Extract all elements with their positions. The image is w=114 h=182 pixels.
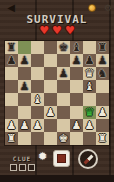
- piece-black-p-a7: ♟: [5, 54, 18, 67]
- chess-board: ♜♚♝♜♟♟♟♟♟♟♛♞♟♝♝♟♛♟♟♟♟♟♟♜♚♜: [5, 41, 109, 145]
- square-c3[interactable]: [31, 106, 44, 119]
- square-a6[interactable]: [5, 67, 18, 80]
- square-d7[interactable]: [44, 54, 57, 67]
- piece-white-p-c2: ♟: [31, 119, 44, 132]
- piece-white-r-h1: ♜: [96, 132, 109, 145]
- square-e5[interactable]: [57, 80, 70, 93]
- heart-icon: ♥: [65, 25, 75, 36]
- square-e8[interactable]: ♚: [57, 41, 70, 54]
- square-a2[interactable]: ♟: [5, 119, 18, 132]
- clue-slot: [10, 164, 17, 171]
- square-a5[interactable]: [5, 80, 18, 93]
- compass-button[interactable]: [78, 149, 98, 169]
- piece-black-k-e8: ♚: [57, 41, 70, 54]
- square-h1[interactable]: ♜: [96, 132, 109, 145]
- square-f7[interactable]: ♟: [70, 54, 83, 67]
- item-button[interactable]: [53, 150, 70, 167]
- clue-button[interactable]: CLUE: [9, 155, 35, 171]
- piece-black-r-h8: ♜: [96, 41, 109, 54]
- square-b4[interactable]: [18, 93, 31, 106]
- square-a4[interactable]: [5, 93, 18, 106]
- square-g7[interactable]: ♟: [83, 54, 96, 67]
- compass-needle-icon: [84, 155, 94, 165]
- square-b5[interactable]: ♟: [18, 80, 31, 93]
- square-h5[interactable]: [96, 80, 109, 93]
- square-h8[interactable]: ♜: [96, 41, 109, 54]
- piece-black-b-f8: ♝: [70, 41, 83, 54]
- gear-icon[interactable]: ⚙: [103, 3, 113, 13]
- piece-black-p-e6: ♟: [57, 67, 70, 80]
- square-f4[interactable]: [70, 93, 83, 106]
- piece-white-k-e1: ♚: [57, 132, 70, 145]
- square-h3[interactable]: ♟: [96, 106, 109, 119]
- coin-icon: [88, 4, 96, 12]
- piece-white-p-a2: ♟: [5, 119, 18, 132]
- square-g2[interactable]: ♟: [83, 119, 96, 132]
- square-c2[interactable]: ♟: [31, 119, 44, 132]
- square-g3[interactable]: ♛: [83, 106, 96, 119]
- square-e4[interactable]: [57, 93, 70, 106]
- square-d1[interactable]: [44, 132, 57, 145]
- square-a1[interactable]: ♜: [5, 132, 18, 145]
- piece-white-p-b2: ♟: [18, 119, 31, 132]
- square-d4[interactable]: [44, 93, 57, 106]
- back-arrow-icon: ◀: [7, 2, 15, 13]
- square-b1[interactable]: [18, 132, 31, 145]
- square-d5[interactable]: [44, 80, 57, 93]
- piece-white-p-d3: ♟: [44, 106, 57, 119]
- piece-white-p-h3: ♟: [96, 106, 109, 119]
- square-a3[interactable]: [5, 106, 18, 119]
- square-g8[interactable]: [83, 41, 96, 54]
- sparkle-icon: ✹: [36, 150, 49, 163]
- heart-icon: ♥: [52, 25, 62, 36]
- square-d8[interactable]: [44, 41, 57, 54]
- square-f2[interactable]: ♟: [70, 119, 83, 132]
- piece-black-p-g7: ♟: [83, 54, 96, 67]
- square-f5[interactable]: [70, 80, 83, 93]
- square-g1[interactable]: [83, 132, 96, 145]
- piece-black-p-h7: ♟: [96, 54, 109, 67]
- heart-icon: ♥: [39, 25, 49, 36]
- square-b8[interactable]: [18, 41, 31, 54]
- piece-white-p-f2: ♟: [70, 119, 83, 132]
- square-a7[interactable]: ♟: [5, 54, 18, 67]
- square-f1[interactable]: [70, 132, 83, 145]
- piece-black-p-b5: ♟: [18, 80, 31, 93]
- bottom-strip: [0, 175, 114, 182]
- square-d6[interactable]: [44, 67, 57, 80]
- lives-hearts: ♥♥♥: [0, 25, 114, 36]
- square-g4[interactable]: [83, 93, 96, 106]
- clue-slot: [19, 164, 26, 171]
- square-c4[interactable]: ♝: [31, 93, 44, 106]
- square-f8[interactable]: ♝: [70, 41, 83, 54]
- square-g6[interactable]: ♛: [83, 67, 96, 80]
- square-f6[interactable]: [70, 67, 83, 80]
- square-b7[interactable]: ♟: [18, 54, 31, 67]
- square-c6[interactable]: [31, 67, 44, 80]
- square-c8[interactable]: [31, 41, 44, 54]
- piece-black-q-g3: ♛: [83, 106, 96, 119]
- square-h4[interactable]: [96, 93, 109, 106]
- piece-white-p-g2: ♟: [83, 119, 96, 132]
- square-e1[interactable]: ♚: [57, 132, 70, 145]
- square-c1[interactable]: [31, 132, 44, 145]
- square-d3[interactable]: ♟: [44, 106, 57, 119]
- clue-slot: [28, 164, 35, 171]
- piece-black-p-f7: ♟: [70, 54, 83, 67]
- square-a8[interactable]: ♜: [5, 41, 18, 54]
- square-e7[interactable]: [57, 54, 70, 67]
- piece-white-b-g5: ♝: [83, 80, 96, 93]
- square-e2[interactable]: [57, 119, 70, 132]
- square-e6[interactable]: ♟: [57, 67, 70, 80]
- piece-black-r-a8: ♜: [5, 41, 18, 54]
- square-f3[interactable]: [70, 106, 83, 119]
- square-h7[interactable]: ♟: [96, 54, 109, 67]
- square-h6[interactable]: ♞: [96, 67, 109, 80]
- piece-black-n-h6: ♞: [96, 67, 109, 80]
- square-h2[interactable]: [96, 119, 109, 132]
- piece-white-b-c4: ♝: [31, 93, 44, 106]
- clue-slots: [9, 164, 35, 171]
- square-b3[interactable]: [18, 106, 31, 119]
- piece-white-q-g6: ♛: [83, 67, 96, 80]
- piece-black-p-b7: ♟: [18, 54, 31, 67]
- square-g5[interactable]: ♝: [83, 80, 96, 93]
- clue-label: CLUE: [9, 155, 35, 162]
- red-square-icon: [57, 154, 66, 163]
- square-b6[interactable]: [18, 67, 31, 80]
- square-c7[interactable]: [31, 54, 44, 67]
- square-b2[interactable]: ♟: [18, 119, 31, 132]
- piece-white-r-a1: ♜: [5, 132, 18, 145]
- square-c5[interactable]: [31, 80, 44, 93]
- square-d2[interactable]: [44, 119, 57, 132]
- square-e3[interactable]: [57, 106, 70, 119]
